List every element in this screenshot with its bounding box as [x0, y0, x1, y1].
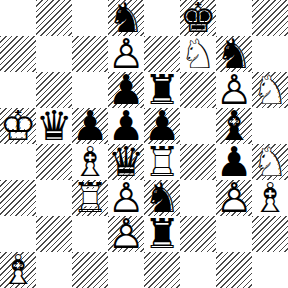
square-c8[interactable] [72, 0, 108, 36]
square-e7[interactable] [144, 36, 180, 72]
piece-glyph-layer: ♝ [216, 108, 252, 144]
piece-glyph-layer: ♟ [72, 108, 108, 144]
square-f7[interactable]: ♞♘ [180, 36, 216, 72]
square-c6[interactable] [72, 72, 108, 108]
piece-glyph-layer: ♔ [0, 108, 36, 144]
piece-glyph-layer: ♟ [216, 144, 252, 180]
black-pawn-piece: ♟♟ [144, 108, 180, 144]
piece-glyph-layer: ♗ [252, 180, 288, 216]
black-pawn-piece: ♟♟ [108, 72, 144, 108]
white-pawn-piece: ♟♙ [216, 72, 252, 108]
piece-fill-layer: ♛ [36, 108, 72, 144]
piece-fill-layer: ♚ [0, 108, 36, 144]
square-f1[interactable] [180, 252, 216, 288]
piece-glyph-layer: ♞ [216, 36, 252, 72]
square-f6[interactable] [180, 72, 216, 108]
piece-glyph-layer: ♖ [144, 144, 180, 180]
black-pawn-piece: ♟♟ [108, 108, 144, 144]
square-e5[interactable]: ♟♟ [144, 108, 180, 144]
piece-fill-layer: ♞ [144, 180, 180, 216]
white-pawn-piece: ♟♙ [108, 36, 144, 72]
square-d4[interactable]: ♛♛ [108, 144, 144, 180]
square-a4[interactable] [0, 144, 36, 180]
white-knight-piece: ♞♘ [180, 36, 216, 72]
piece-fill-layer: ♛ [108, 144, 144, 180]
square-g7[interactable]: ♞♞ [216, 36, 252, 72]
square-c3[interactable]: ♜♖ [72, 180, 108, 216]
square-d1[interactable] [108, 252, 144, 288]
piece-fill-layer: ♝ [216, 108, 252, 144]
piece-fill-layer: ♟ [108, 72, 144, 108]
black-pawn-piece: ♟♟ [72, 108, 108, 144]
square-a8[interactable] [0, 0, 36, 36]
white-bishop-piece: ♝♗ [252, 180, 288, 216]
square-h5[interactable] [252, 108, 288, 144]
black-knight-piece: ♞♞ [108, 0, 144, 36]
square-a3[interactable] [0, 180, 36, 216]
square-b1[interactable] [36, 252, 72, 288]
chess-board: ♞♞♚♚♟♙♞♘♞♞♟♟♜♜♟♙♞♘♚♔♛♛♟♟♟♟♟♟♝♝♝♗♛♛♜♖♟♟♞♘… [0, 0, 288, 288]
white-king-piece: ♚♔ [0, 108, 36, 144]
square-d5[interactable]: ♟♟ [108, 108, 144, 144]
square-a7[interactable] [0, 36, 36, 72]
square-g8[interactable] [216, 0, 252, 36]
piece-glyph-layer: ♟ [108, 108, 144, 144]
square-d6[interactable]: ♟♟ [108, 72, 144, 108]
piece-glyph-layer: ♗ [72, 144, 108, 180]
piece-fill-layer: ♜ [72, 180, 108, 216]
piece-fill-layer: ♟ [216, 144, 252, 180]
piece-fill-layer: ♟ [108, 216, 144, 252]
piece-fill-layer: ♞ [252, 144, 288, 180]
square-h1[interactable] [252, 252, 288, 288]
piece-fill-layer: ♞ [216, 36, 252, 72]
piece-fill-layer: ♟ [72, 108, 108, 144]
piece-fill-layer: ♟ [108, 180, 144, 216]
black-knight-piece: ♞♞ [144, 180, 180, 216]
piece-fill-layer: ♟ [108, 36, 144, 72]
piece-glyph-layer: ♙ [216, 180, 252, 216]
white-rook-piece: ♜♖ [72, 180, 108, 216]
piece-fill-layer: ♟ [216, 180, 252, 216]
square-a6[interactable] [0, 72, 36, 108]
square-c7[interactable] [72, 36, 108, 72]
square-h8[interactable] [252, 0, 288, 36]
square-b2[interactable] [36, 216, 72, 252]
piece-glyph-layer: ♙ [108, 36, 144, 72]
square-f8[interactable]: ♚♚ [180, 0, 216, 36]
piece-fill-layer: ♝ [0, 252, 36, 288]
square-c2[interactable] [72, 216, 108, 252]
square-d7[interactable]: ♟♙ [108, 36, 144, 72]
square-g6[interactable]: ♟♙ [216, 72, 252, 108]
white-pawn-piece: ♟♙ [108, 180, 144, 216]
square-g5[interactable]: ♝♝ [216, 108, 252, 144]
piece-fill-layer: ♜ [144, 72, 180, 108]
square-a5[interactable]: ♚♔ [0, 108, 36, 144]
white-knight-piece: ♞♘ [252, 144, 288, 180]
white-pawn-piece: ♟♙ [216, 180, 252, 216]
square-e2[interactable]: ♜♜ [144, 216, 180, 252]
piece-fill-layer: ♟ [216, 72, 252, 108]
square-c4[interactable]: ♝♗ [72, 144, 108, 180]
white-bishop-piece: ♝♗ [72, 144, 108, 180]
piece-fill-layer: ♟ [108, 108, 144, 144]
square-e4[interactable]: ♜♖ [144, 144, 180, 180]
square-g2[interactable] [216, 216, 252, 252]
piece-glyph-layer: ♗ [0, 252, 36, 288]
square-f5[interactable] [180, 108, 216, 144]
piece-fill-layer: ♜ [144, 144, 180, 180]
square-e6[interactable]: ♜♜ [144, 72, 180, 108]
white-rook-piece: ♜♖ [144, 144, 180, 180]
square-d3[interactable]: ♟♙ [108, 180, 144, 216]
square-b7[interactable] [36, 36, 72, 72]
piece-glyph-layer: ♘ [252, 72, 288, 108]
square-d8[interactable]: ♞♞ [108, 0, 144, 36]
black-queen-piece: ♛♛ [108, 144, 144, 180]
black-rook-piece: ♜♜ [144, 216, 180, 252]
square-e8[interactable] [144, 0, 180, 36]
square-g1[interactable] [216, 252, 252, 288]
piece-fill-layer: ♞ [180, 36, 216, 72]
square-h6[interactable]: ♞♘ [252, 72, 288, 108]
black-pawn-piece: ♟♟ [216, 144, 252, 180]
square-a2[interactable] [0, 216, 36, 252]
square-h7[interactable] [252, 36, 288, 72]
piece-fill-layer: ♞ [108, 0, 144, 36]
square-b5[interactable]: ♛♛ [36, 108, 72, 144]
square-f2[interactable] [180, 216, 216, 252]
piece-glyph-layer: ♙ [108, 216, 144, 252]
piece-glyph-layer: ♞ [144, 180, 180, 216]
piece-glyph-layer: ♞ [108, 0, 144, 36]
square-c1[interactable] [72, 252, 108, 288]
piece-glyph-layer: ♜ [144, 216, 180, 252]
piece-glyph-layer: ♟ [108, 72, 144, 108]
square-b3[interactable] [36, 180, 72, 216]
black-queen-piece: ♛♛ [36, 108, 72, 144]
square-b8[interactable] [36, 0, 72, 36]
piece-glyph-layer: ♚ [180, 0, 216, 36]
piece-fill-layer: ♚ [180, 0, 216, 36]
square-b6[interactable] [36, 72, 72, 108]
square-g3[interactable]: ♟♙ [216, 180, 252, 216]
square-h2[interactable] [252, 216, 288, 252]
square-c5[interactable]: ♟♟ [72, 108, 108, 144]
white-knight-piece: ♞♘ [252, 72, 288, 108]
piece-glyph-layer: ♛ [108, 144, 144, 180]
piece-fill-layer: ♜ [144, 216, 180, 252]
piece-glyph-layer: ♛ [36, 108, 72, 144]
piece-fill-layer: ♞ [252, 72, 288, 108]
piece-glyph-layer: ♘ [180, 36, 216, 72]
piece-glyph-layer: ♙ [108, 180, 144, 216]
square-d2[interactable]: ♟♙ [108, 216, 144, 252]
piece-fill-layer: ♟ [144, 108, 180, 144]
piece-fill-layer: ♝ [252, 180, 288, 216]
piece-glyph-layer: ♖ [72, 180, 108, 216]
black-king-piece: ♚♚ [180, 0, 216, 36]
square-e1[interactable] [144, 252, 180, 288]
piece-glyph-layer: ♙ [216, 72, 252, 108]
piece-glyph-layer: ♜ [144, 72, 180, 108]
square-a1[interactable]: ♝♗ [0, 252, 36, 288]
piece-glyph-layer: ♟ [144, 108, 180, 144]
black-bishop-piece: ♝♝ [216, 108, 252, 144]
square-g4[interactable]: ♟♟ [216, 144, 252, 180]
square-f3[interactable] [180, 180, 216, 216]
square-f4[interactable] [180, 144, 216, 180]
white-bishop-piece: ♝♗ [0, 252, 36, 288]
black-knight-piece: ♞♞ [216, 36, 252, 72]
square-h4[interactable]: ♞♘ [252, 144, 288, 180]
square-e3[interactable]: ♞♞ [144, 180, 180, 216]
square-h3[interactable]: ♝♗ [252, 180, 288, 216]
white-pawn-piece: ♟♙ [108, 216, 144, 252]
black-rook-piece: ♜♜ [144, 72, 180, 108]
piece-glyph-layer: ♘ [252, 144, 288, 180]
square-b4[interactable] [36, 144, 72, 180]
piece-fill-layer: ♝ [72, 144, 108, 180]
